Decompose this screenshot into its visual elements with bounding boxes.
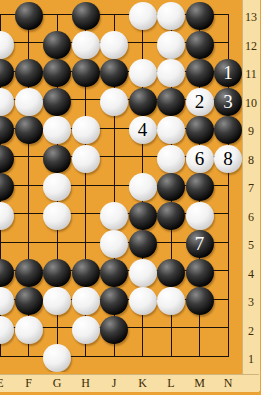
black-stone[interactable] bbox=[15, 59, 43, 87]
column-label-M: M bbox=[193, 377, 207, 390]
black-stone[interactable] bbox=[157, 173, 185, 201]
white-stone[interactable] bbox=[100, 202, 128, 230]
black-stone[interactable] bbox=[186, 31, 214, 59]
white-stone[interactable] bbox=[43, 287, 71, 315]
move-number: 6 bbox=[195, 145, 205, 173]
black-stone[interactable] bbox=[0, 116, 14, 144]
white-stone[interactable] bbox=[100, 230, 128, 258]
move-number: 8 bbox=[223, 145, 233, 173]
row-label-7: 7 bbox=[243, 182, 259, 195]
move-number: 4 bbox=[138, 116, 148, 144]
black-stone[interactable] bbox=[43, 259, 71, 287]
black-stone[interactable] bbox=[0, 145, 14, 173]
black-stone[interactable] bbox=[0, 59, 14, 87]
white-stone[interactable] bbox=[72, 116, 100, 144]
black-stone[interactable] bbox=[100, 287, 128, 315]
white-stone[interactable] bbox=[72, 31, 100, 59]
white-stone[interactable] bbox=[15, 88, 43, 116]
black-stone[interactable] bbox=[157, 88, 185, 116]
column-label-L: L bbox=[164, 377, 178, 390]
black-stone[interactable] bbox=[129, 230, 157, 258]
black-stone[interactable] bbox=[214, 116, 242, 144]
row-label-13: 13 bbox=[243, 11, 259, 24]
move-number: 7 bbox=[195, 230, 205, 258]
black-stone[interactable] bbox=[43, 88, 71, 116]
white-stone[interactable] bbox=[186, 202, 214, 230]
black-stone[interactable]: 7 bbox=[186, 230, 214, 258]
row-label-1: 1 bbox=[243, 353, 259, 366]
black-stone[interactable] bbox=[0, 173, 14, 201]
row-label-2: 2 bbox=[243, 325, 259, 338]
black-stone[interactable] bbox=[43, 31, 71, 59]
white-stone[interactable] bbox=[0, 287, 14, 315]
black-stone[interactable] bbox=[186, 287, 214, 315]
column-coordinate-strip: EFGHJKLMN bbox=[0, 374, 259, 392]
white-stone[interactable] bbox=[129, 259, 157, 287]
black-stone[interactable] bbox=[0, 259, 14, 287]
column-label-N: N bbox=[221, 377, 235, 390]
black-stone[interactable]: 1 bbox=[214, 59, 242, 87]
white-stone[interactable]: 2 bbox=[186, 88, 214, 116]
black-stone[interactable] bbox=[186, 116, 214, 144]
row-label-11: 11 bbox=[243, 68, 259, 81]
white-stone[interactable] bbox=[0, 88, 14, 116]
black-stone[interactable] bbox=[186, 259, 214, 287]
move-number: 1 bbox=[223, 59, 233, 87]
white-stone[interactable] bbox=[157, 31, 185, 59]
black-stone[interactable] bbox=[15, 287, 43, 315]
white-stone[interactable] bbox=[72, 316, 100, 344]
white-stone[interactable] bbox=[129, 287, 157, 315]
row-label-4: 4 bbox=[243, 268, 259, 281]
black-stone[interactable] bbox=[129, 202, 157, 230]
row-label-12: 12 bbox=[243, 40, 259, 53]
black-stone[interactable] bbox=[186, 2, 214, 30]
column-label-G: G bbox=[50, 377, 64, 390]
white-stone[interactable] bbox=[43, 173, 71, 201]
white-stone[interactable] bbox=[157, 59, 185, 87]
row-label-5: 5 bbox=[243, 239, 259, 252]
column-label-E: E bbox=[0, 377, 7, 390]
go-board[interactable]: 1234687 bbox=[0, 0, 242, 372]
move-number: 3 bbox=[223, 88, 233, 116]
white-stone[interactable] bbox=[43, 116, 71, 144]
white-stone[interactable] bbox=[129, 59, 157, 87]
black-stone[interactable] bbox=[15, 2, 43, 30]
column-label-F: F bbox=[22, 377, 36, 390]
white-stone[interactable] bbox=[43, 344, 71, 372]
column-label-K: K bbox=[136, 377, 150, 390]
black-stone[interactable] bbox=[43, 145, 71, 173]
row-coordinate-strip: 13121110987654321 bbox=[242, 0, 260, 391]
white-stone[interactable]: 8 bbox=[214, 145, 242, 173]
row-label-8: 8 bbox=[243, 154, 259, 167]
white-stone[interactable] bbox=[0, 316, 14, 344]
black-stone[interactable] bbox=[186, 173, 214, 201]
white-stone[interactable] bbox=[100, 88, 128, 116]
white-stone[interactable] bbox=[157, 2, 185, 30]
black-stone[interactable] bbox=[100, 259, 128, 287]
black-stone[interactable] bbox=[72, 259, 100, 287]
white-stone[interactable] bbox=[100, 31, 128, 59]
black-stone[interactable] bbox=[15, 116, 43, 144]
white-stone[interactable] bbox=[0, 202, 14, 230]
white-stone[interactable] bbox=[43, 202, 71, 230]
column-label-H: H bbox=[79, 377, 93, 390]
white-stone[interactable] bbox=[0, 31, 14, 59]
black-stone[interactable] bbox=[186, 59, 214, 87]
black-stone[interactable] bbox=[157, 259, 185, 287]
white-stone[interactable] bbox=[72, 287, 100, 315]
black-stone[interactable] bbox=[72, 59, 100, 87]
row-label-9: 9 bbox=[243, 125, 259, 138]
black-stone[interactable] bbox=[129, 88, 157, 116]
white-stone[interactable] bbox=[157, 116, 185, 144]
black-stone[interactable] bbox=[15, 259, 43, 287]
white-stone[interactable] bbox=[157, 145, 185, 173]
row-label-10: 10 bbox=[243, 97, 259, 110]
white-stone[interactable] bbox=[129, 173, 157, 201]
white-stone[interactable] bbox=[72, 145, 100, 173]
row-label-3: 3 bbox=[243, 296, 259, 309]
white-stone[interactable]: 6 bbox=[186, 145, 214, 173]
black-stone[interactable] bbox=[43, 59, 71, 87]
black-stone[interactable] bbox=[157, 202, 185, 230]
white-stone[interactable]: 4 bbox=[129, 116, 157, 144]
black-stone[interactable] bbox=[100, 59, 128, 87]
white-stone[interactable] bbox=[157, 287, 185, 315]
white-stone[interactable] bbox=[129, 2, 157, 30]
black-stone[interactable] bbox=[100, 316, 128, 344]
white-stone[interactable] bbox=[15, 316, 43, 344]
black-stone[interactable] bbox=[72, 2, 100, 30]
row-label-6: 6 bbox=[243, 211, 259, 224]
black-stone[interactable]: 3 bbox=[214, 88, 242, 116]
go-diagram: 1234687 13121110987654321 EFGHJKLMN bbox=[0, 0, 261, 395]
move-number: 2 bbox=[195, 88, 205, 116]
column-label-J: J bbox=[107, 377, 121, 390]
